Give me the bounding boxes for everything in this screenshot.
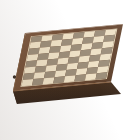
chessboard-lid	[13, 24, 123, 91]
board-square	[95, 72, 107, 79]
product-photo-chess-box[interactable]	[0, 0, 140, 140]
board-inner-border	[20, 28, 117, 87]
chessboard-grid	[21, 29, 116, 86]
